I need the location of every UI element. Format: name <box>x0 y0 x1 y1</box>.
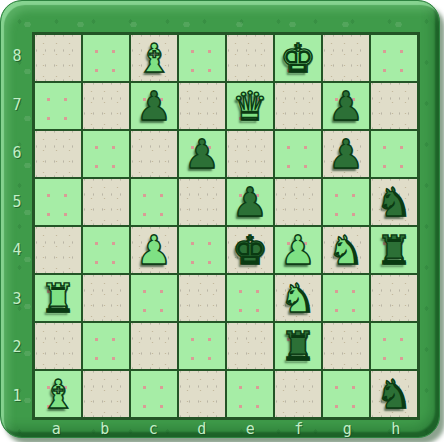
rank-label-6: 6 <box>2 129 32 178</box>
piece-black-pawn[interactable]: ♟ <box>323 131 369 177</box>
square-c4[interactable]: ♟ <box>131 227 177 273</box>
square-d8[interactable] <box>179 35 225 81</box>
square-b2[interactable] <box>83 323 129 369</box>
square-h4[interactable]: ♜ <box>371 227 417 273</box>
file-label-b: b <box>81 419 130 438</box>
file-label-c: c <box>129 419 178 438</box>
square-b5[interactable] <box>83 179 129 225</box>
piece-black-knight[interactable]: ♞ <box>371 179 417 225</box>
piece-white-queen[interactable]: ♛ <box>227 83 273 129</box>
square-a5[interactable] <box>35 179 81 225</box>
piece-black-rook[interactable]: ♜ <box>275 323 321 369</box>
square-c2[interactable] <box>131 323 177 369</box>
square-f4[interactable]: ♟ <box>275 227 321 273</box>
square-a7[interactable] <box>35 83 81 129</box>
square-e5[interactable]: ♟ <box>227 179 273 225</box>
square-c8[interactable]: ♝ <box>131 35 177 81</box>
piece-black-pawn[interactable]: ♟ <box>179 131 225 177</box>
square-e3[interactable] <box>227 275 273 321</box>
square-c3[interactable] <box>131 275 177 321</box>
square-b6[interactable] <box>83 131 129 177</box>
square-f2[interactable]: ♜ <box>275 323 321 369</box>
square-g5[interactable] <box>323 179 369 225</box>
square-b3[interactable] <box>83 275 129 321</box>
square-g4[interactable]: ♞ <box>323 227 369 273</box>
piece-white-rook[interactable]: ♜ <box>35 275 81 321</box>
square-d3[interactable] <box>179 275 225 321</box>
rank-label-2: 2 <box>2 323 32 372</box>
piece-white-bishop[interactable]: ♝ <box>35 371 81 417</box>
square-a8[interactable] <box>35 35 81 81</box>
file-label-f: f <box>275 419 324 438</box>
square-d6[interactable]: ♟ <box>179 131 225 177</box>
square-e7[interactable]: ♛ <box>227 83 273 129</box>
square-f6[interactable] <box>275 131 321 177</box>
square-e1[interactable] <box>227 371 273 417</box>
file-label-a: a <box>32 419 81 438</box>
square-g2[interactable] <box>323 323 369 369</box>
square-g6[interactable]: ♟ <box>323 131 369 177</box>
rank-label-8: 8 <box>2 32 32 81</box>
rank-labels: 87654321 <box>2 32 32 420</box>
square-a6[interactable] <box>35 131 81 177</box>
rank-label-4: 4 <box>2 226 32 275</box>
piece-black-king[interactable]: ♚ <box>227 227 273 273</box>
square-e4[interactable]: ♚ <box>227 227 273 273</box>
file-label-h: h <box>372 419 421 438</box>
piece-white-pawn[interactable]: ♟ <box>131 227 177 273</box>
square-a1[interactable]: ♝ <box>35 371 81 417</box>
square-e6[interactable] <box>227 131 273 177</box>
file-label-e: e <box>226 419 275 438</box>
square-b4[interactable] <box>83 227 129 273</box>
piece-black-knight[interactable]: ♞ <box>371 371 417 417</box>
piece-black-rook[interactable]: ♜ <box>371 227 417 273</box>
square-g1[interactable] <box>323 371 369 417</box>
rank-label-5: 5 <box>2 178 32 227</box>
piece-black-pawn[interactable]: ♟ <box>227 179 273 225</box>
piece-white-knight[interactable]: ♞ <box>323 227 369 273</box>
square-c7[interactable]: ♟ <box>131 83 177 129</box>
piece-black-pawn[interactable]: ♟ <box>131 83 177 129</box>
chess-board: ♝♚♟♛♟♟♟♟♞♟♚♟♞♜♜♞♜♝♞ <box>32 32 420 420</box>
square-g3[interactable] <box>323 275 369 321</box>
square-h6[interactable] <box>371 131 417 177</box>
square-c5[interactable] <box>131 179 177 225</box>
rank-label-3: 3 <box>2 275 32 324</box>
square-a3[interactable]: ♜ <box>35 275 81 321</box>
rank-label-7: 7 <box>2 81 32 130</box>
file-label-g: g <box>323 419 372 438</box>
piece-white-pawn[interactable]: ♟ <box>275 227 321 273</box>
square-h2[interactable] <box>371 323 417 369</box>
square-b7[interactable] <box>83 83 129 129</box>
square-f3[interactable]: ♞ <box>275 275 321 321</box>
square-h8[interactable] <box>371 35 417 81</box>
square-g8[interactable] <box>323 35 369 81</box>
file-labels: abcdefgh <box>32 419 420 438</box>
square-f5[interactable] <box>275 179 321 225</box>
square-d5[interactable] <box>179 179 225 225</box>
file-label-d: d <box>178 419 227 438</box>
square-b8[interactable] <box>83 35 129 81</box>
square-h5[interactable]: ♞ <box>371 179 417 225</box>
square-c6[interactable] <box>131 131 177 177</box>
square-a2[interactable] <box>35 323 81 369</box>
square-h7[interactable] <box>371 83 417 129</box>
square-d1[interactable] <box>179 371 225 417</box>
square-f8[interactable]: ♚ <box>275 35 321 81</box>
square-h1[interactable]: ♞ <box>371 371 417 417</box>
square-g7[interactable]: ♟ <box>323 83 369 129</box>
piece-white-king[interactable]: ♚ <box>275 35 321 81</box>
square-d4[interactable] <box>179 227 225 273</box>
rank-label-1: 1 <box>2 372 32 421</box>
square-d7[interactable] <box>179 83 225 129</box>
piece-black-pawn[interactable]: ♟ <box>323 83 369 129</box>
square-c1[interactable] <box>131 371 177 417</box>
square-f7[interactable] <box>275 83 321 129</box>
square-d2[interactable] <box>179 323 225 369</box>
piece-white-knight[interactable]: ♞ <box>275 275 321 321</box>
piece-white-bishop[interactable]: ♝ <box>131 35 177 81</box>
square-e8[interactable] <box>227 35 273 81</box>
chess-app-window: 87654321 ♝♚♟♛♟♟♟♟♞♟♚♟♞♜♜♞♜♝♞ abcdefgh <box>0 0 444 442</box>
square-a4[interactable] <box>35 227 81 273</box>
square-b1[interactable] <box>83 371 129 417</box>
square-e2[interactable] <box>227 323 273 369</box>
square-h3[interactable] <box>371 275 417 321</box>
square-f1[interactable] <box>275 371 321 417</box>
